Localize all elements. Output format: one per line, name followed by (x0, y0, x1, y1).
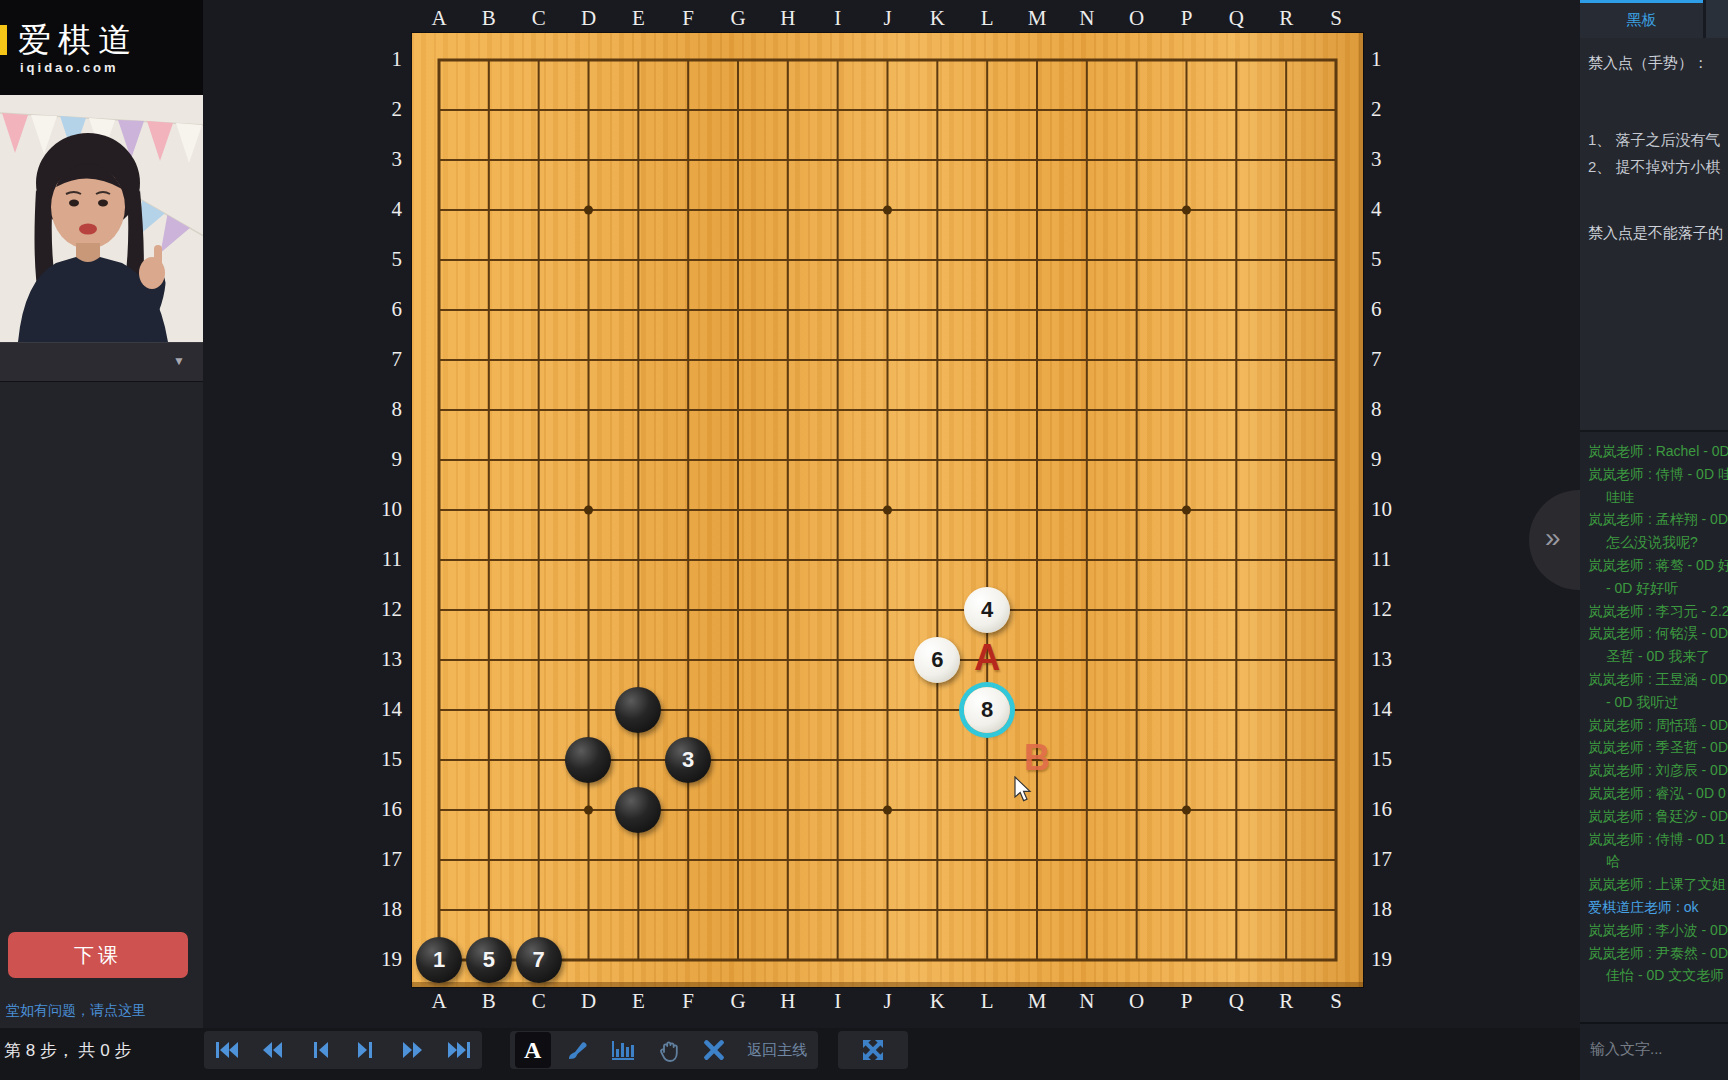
move-step-status: 第 8 步， 共 0 步 (4, 1039, 132, 1062)
col-label-top: D (568, 6, 608, 31)
tab-stub[interactable] (1706, 0, 1728, 38)
hand-icon (658, 1038, 680, 1062)
row-label-right: 8 (1371, 397, 1415, 422)
col-label-top: K (917, 6, 957, 31)
go-board[interactable]: AABBCCDDEEFFGGHHIIJJKKLLMMNNOOPPQQRRSS11… (412, 33, 1363, 987)
fast-forward-button[interactable] (394, 1033, 430, 1067)
chevron-down-icon: ▼ (173, 354, 185, 368)
brush-icon (566, 1038, 590, 1062)
chat-message-list: 岚岚老师 : Rachel - 0D岚岚老师 : 侍博 - 0D 哇哇哇岚岚老师… (1580, 440, 1728, 987)
chat-message-line: - 0D 我听过 (1580, 691, 1728, 714)
chat-input[interactable]: 输入文字... (1580, 1022, 1728, 1080)
col-label-bottom: F (668, 989, 708, 1014)
row-label-left: 3 (362, 147, 402, 172)
star-point (1182, 206, 1191, 215)
chat-message-line: 哇哇 (1580, 486, 1728, 509)
teacher-video-frame (0, 95, 203, 342)
stone-white-L12: 4 (964, 587, 1010, 633)
star-point (1182, 506, 1191, 515)
board-grid (412, 33, 1363, 987)
row-label-right: 9 (1371, 447, 1415, 472)
col-label-top: B (469, 6, 509, 31)
col-label-top: C (519, 6, 559, 31)
skip-to-end-icon (447, 1042, 471, 1058)
skip-to-end-button[interactable] (441, 1033, 477, 1067)
fullscreen-expand-icon (860, 1037, 886, 1063)
fast-backward-icon (262, 1042, 284, 1058)
col-label-bottom: M (1017, 989, 1057, 1014)
col-label-bottom: S (1316, 989, 1356, 1014)
chat-message-line: 佳怡 - 0D 文文老师 (1580, 964, 1728, 987)
chat-message-line: 岚岚老师 : 尹泰然 - 0D (1580, 942, 1728, 965)
star-point (883, 506, 892, 515)
row-label-left: 6 (362, 297, 402, 322)
stone-black-A19: 1 (416, 937, 462, 983)
row-label-right: 12 (1371, 597, 1415, 622)
col-label-bottom: P (1166, 989, 1206, 1014)
row-label-left: 12 (362, 597, 402, 622)
logo-block: 爱棋道 iqidao.com (0, 0, 203, 95)
fast-forward-icon (401, 1042, 423, 1058)
col-label-top: G (718, 6, 758, 31)
row-label-left: 4 (362, 197, 402, 222)
right-panel: 黑板 禁入点（手势）： 1、 落子之后没有气2、 提不掉对方小棋 禁入点是不能落… (1580, 0, 1728, 1080)
star-point (584, 506, 593, 515)
chat-message-line: 岚岚老师 : 睿泓 - 0D 0 (1580, 782, 1728, 805)
row-label-right: 1 (1371, 47, 1415, 72)
teacher-video (0, 95, 203, 342)
chat-message-line: 岚岚老师 : 孟梓翔 - 0D (1580, 508, 1728, 531)
col-label-top: A (419, 6, 459, 31)
stone-black-E14 (615, 687, 661, 733)
notes-title: 禁入点（手势）： (1588, 54, 1708, 73)
board-marker-B: B (1012, 736, 1062, 780)
clear-annotations-button[interactable] (696, 1033, 732, 1067)
go-lesson-app: { "game": { "name": "Go (weiqi) teaching… (0, 0, 1728, 1080)
star-point (883, 806, 892, 815)
row-label-right: 6 (1371, 297, 1415, 322)
stone-white-L14: 8 (964, 687, 1010, 733)
col-label-bottom: I (818, 989, 858, 1014)
col-label-top: E (618, 6, 658, 31)
row-label-left: 5 (362, 247, 402, 272)
row-label-right: 18 (1371, 897, 1415, 922)
col-label-bottom: C (519, 989, 559, 1014)
row-label-left: 18 (362, 897, 402, 922)
col-label-bottom: K (917, 989, 957, 1014)
site-title: 爱棋道 (18, 18, 138, 63)
row-label-left: 1 (362, 47, 402, 72)
star-point (1182, 806, 1191, 815)
col-label-top: N (1067, 6, 1107, 31)
fullscreen-group (838, 1031, 908, 1069)
col-label-bottom: H (768, 989, 808, 1014)
bottom-toolbar: 第 8 步， 共 0 步 A (0, 1028, 1728, 1080)
chat-message-line: 岚岚老师 : 周恬瑶 - 0D (1580, 714, 1728, 737)
chat-message-line: 岚岚老师 : Rachel - 0D (1580, 440, 1728, 463)
col-label-top: L (967, 6, 1007, 31)
col-label-bottom: D (568, 989, 608, 1014)
star-point (883, 206, 892, 215)
row-label-right: 16 (1371, 797, 1415, 822)
row-label-right: 15 (1371, 747, 1415, 772)
col-label-bottom: N (1067, 989, 1107, 1014)
sidebar: 爱棋道 iqidao.com (0, 0, 203, 1028)
stone-white-K13: 6 (914, 637, 960, 683)
fullscreen-button[interactable] (855, 1033, 891, 1067)
chat-message-line: 岚岚老师 : 李习元 - 2.2 (1580, 600, 1728, 623)
col-label-top: R (1266, 6, 1306, 31)
col-label-bottom: B (469, 989, 509, 1014)
tab-blackboard[interactable]: 黑板 (1580, 0, 1703, 38)
notes-list: 1、 落子之后没有气2、 提不掉对方小棋 (1588, 126, 1721, 180)
notes-item: 2、 提不掉对方小棋 (1588, 153, 1721, 180)
return-mainline-button[interactable]: 返回主线 (741, 1041, 813, 1060)
mouse-cursor-icon (1014, 776, 1034, 808)
annotation-tools-group: A 返回主线 (510, 1031, 818, 1069)
col-label-top: O (1117, 6, 1157, 31)
col-label-top: S (1316, 6, 1356, 31)
chat-message-line: 岚岚老师 : 鲁廷汐 - 0D (1580, 805, 1728, 828)
col-label-top: J (867, 6, 907, 31)
step-forward-icon (356, 1042, 376, 1058)
close-x-icon (703, 1039, 725, 1061)
row-label-left: 14 (362, 697, 402, 722)
chat-message-line: 爱棋道庄老师 : ok (1580, 896, 1728, 919)
panel-tabbar: 黑板 (1580, 0, 1728, 38)
chat-message-line: 岚岚老师 : 刘彦辰 - 0D (1580, 759, 1728, 782)
row-label-right: 13 (1371, 647, 1415, 672)
col-label-top: F (668, 6, 708, 31)
row-label-right: 14 (1371, 697, 1415, 722)
chat-message-line: 岚岚老师 : 蒋骜 - 0D 好 (1580, 554, 1728, 577)
star-point (584, 206, 593, 215)
row-label-right: 7 (1371, 347, 1415, 372)
row-label-right: 19 (1371, 947, 1415, 972)
col-label-bottom: G (718, 989, 758, 1014)
text-annotation-button[interactable]: A (515, 1032, 551, 1068)
row-label-left: 9 (362, 447, 402, 472)
chart-tool-button[interactable] (605, 1033, 641, 1067)
fast-backward-button[interactable] (255, 1033, 291, 1067)
double-chevron-right-icon: » (1545, 522, 1561, 554)
col-label-bottom: Q (1216, 989, 1256, 1014)
col-label-bottom: A (419, 989, 459, 1014)
stone-black-F15: 3 (665, 737, 711, 783)
row-label-left: 17 (362, 847, 402, 872)
skip-to-start-icon (215, 1042, 239, 1058)
col-label-top: M (1017, 6, 1057, 31)
stone-black-C19: 7 (516, 937, 562, 983)
skip-to-start-button[interactable] (209, 1033, 245, 1067)
row-label-right: 17 (1371, 847, 1415, 872)
stone-black-E16 (615, 787, 661, 833)
chat-message-line: 哈 (1580, 850, 1728, 873)
chat-message-line: - 0D 好好听 (1580, 577, 1728, 600)
col-label-bottom: J (867, 989, 907, 1014)
row-label-left: 15 (362, 747, 402, 772)
col-label-bottom: E (618, 989, 658, 1014)
blackboard-notes: 禁入点（手势）： 1、 落子之后没有气2、 提不掉对方小棋 禁入点是不能落子的 (1580, 38, 1728, 432)
row-label-left: 16 (362, 797, 402, 822)
chat-message-line: 岚岚老师 : 王昱涵 - 0D (1580, 668, 1728, 691)
bar-chart-icon (611, 1038, 635, 1062)
row-label-right: 3 (1371, 147, 1415, 172)
row-label-left: 8 (362, 397, 402, 422)
pan-hand-button[interactable] (651, 1033, 687, 1067)
row-label-left: 13 (362, 647, 402, 672)
row-label-right: 4 (1371, 197, 1415, 222)
logo-mark-icon (0, 25, 7, 55)
col-label-bottom: O (1117, 989, 1157, 1014)
step-forward-button[interactable] (348, 1033, 384, 1067)
row-label-left: 19 (362, 947, 402, 972)
notes-item: 1、 落子之后没有气 (1588, 126, 1721, 153)
row-label-right: 11 (1371, 547, 1415, 572)
site-domain: iqidao.com (20, 60, 119, 75)
col-label-top: Q (1216, 6, 1256, 31)
star-point (584, 806, 593, 815)
chat-message-line: 圣哲 - 0D 我来了 (1580, 645, 1728, 668)
chat-message-line: 岚岚老师 : 李小波 - 0D (1580, 919, 1728, 942)
row-label-right: 10 (1371, 497, 1415, 522)
chat-message-line: 岚岚老师 : 侍博 - 0D 哇 (1580, 463, 1728, 486)
board-marker-A: A (962, 636, 1012, 680)
camera-source-dropdown[interactable]: ▼ (0, 342, 203, 382)
stone-black-B19: 5 (466, 937, 512, 983)
col-label-top: P (1166, 6, 1206, 31)
brush-tool-button[interactable] (560, 1033, 596, 1067)
end-class-button[interactable]: 下课 (8, 932, 188, 978)
move-navigation-group (204, 1031, 482, 1069)
classroom-help-link[interactable]: 堂如有问题，请点这里 (6, 1002, 146, 1020)
col-label-bottom: L (967, 989, 1007, 1014)
chat-message-line: 怎么没说我呢? (1580, 531, 1728, 554)
chat-message-line: 岚岚老师 : 侍博 - 0D 1 (1580, 828, 1728, 851)
step-back-icon (310, 1042, 330, 1058)
row-label-left: 10 (362, 497, 402, 522)
col-label-top: H (768, 6, 808, 31)
notes-footer: 禁入点是不能落子的 (1588, 224, 1723, 243)
row-label-left: 11 (362, 547, 402, 572)
chat-message-line: 岚岚老师 : 上课了文姐 (1580, 873, 1728, 896)
chat-input-placeholder: 输入文字... (1590, 1040, 1663, 1059)
col-label-top: I (818, 6, 858, 31)
row-label-left: 2 (362, 97, 402, 122)
chat-message-line: 岚岚老师 : 季圣哲 - 0D (1580, 736, 1728, 759)
step-back-button[interactable] (302, 1033, 338, 1067)
chat-message-line: 岚岚老师 : 何铭淏 - 0D (1580, 622, 1728, 645)
row-label-right: 5 (1371, 247, 1415, 272)
col-label-bottom: R (1266, 989, 1306, 1014)
row-label-left: 7 (362, 347, 402, 372)
row-label-right: 2 (1371, 97, 1415, 122)
